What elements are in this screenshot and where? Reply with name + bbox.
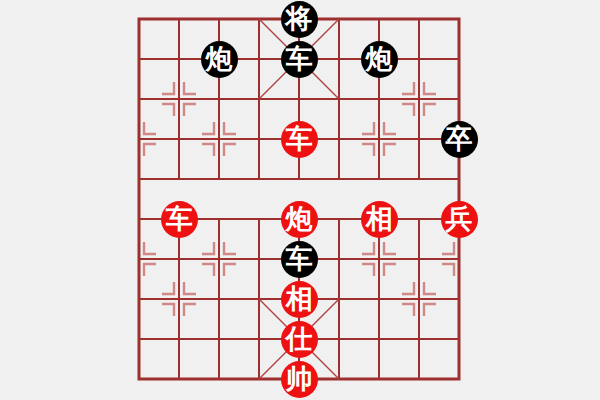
piece-black-cannon[interactable]: 炮	[361, 41, 398, 78]
piece-black-soldier[interactable]: 卒	[441, 121, 478, 158]
piece-black-general[interactable]: 将	[281, 1, 318, 38]
piece-red-general[interactable]: 帅	[281, 361, 318, 398]
piece-red-chariot[interactable]: 车	[281, 121, 318, 158]
piece-red-soldier[interactable]: 兵	[441, 201, 478, 238]
piece-black-cannon[interactable]: 炮	[201, 41, 238, 78]
xiangqi-board[interactable]: 将炮车炮车卒车炮相兵车相仕帅	[119, 0, 479, 399]
xiangqi-screen: 将炮车炮车卒车炮相兵车相仕帅	[0, 0, 600, 400]
piece-red-elephant[interactable]: 相	[361, 201, 398, 238]
piece-black-chariot[interactable]: 车	[281, 241, 318, 278]
piece-red-chariot[interactable]: 车	[161, 201, 198, 238]
piece-red-cannon[interactable]: 炮	[281, 201, 318, 238]
piece-black-chariot[interactable]: 车	[281, 41, 318, 78]
piece-red-advisor[interactable]: 仕	[281, 321, 318, 358]
piece-red-elephant[interactable]: 相	[281, 281, 318, 318]
